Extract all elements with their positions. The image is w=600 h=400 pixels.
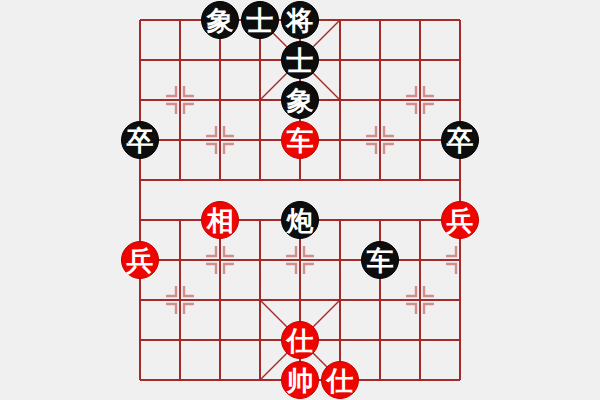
piece-black-elephant[interactable]: 象 [201,1,239,39]
piece-red-soldier[interactable]: 兵 [441,201,479,239]
piece-black-chariot[interactable]: 车 [361,241,399,279]
piece-red-general[interactable]: 帅 [281,361,319,399]
piece-black-advisor[interactable]: 士 [241,1,279,39]
piece-red-soldier[interactable]: 兵 [121,241,159,279]
piece-black-elephant[interactable]: 象 [281,81,319,119]
pieces-layer: 象士将士象卒车卒相炮兵兵车仕帅仕 [120,0,480,400]
piece-black-general[interactable]: 将 [281,1,319,39]
piece-black-cannon[interactable]: 炮 [281,201,319,239]
piece-black-soldier[interactable]: 卒 [441,121,479,159]
piece-red-chariot[interactable]: 车 [281,121,319,159]
piece-red-advisor[interactable]: 仕 [281,321,319,359]
piece-black-advisor[interactable]: 士 [281,41,319,79]
piece-black-soldier[interactable]: 卒 [121,121,159,159]
piece-red-elephant[interactable]: 相 [201,201,239,239]
piece-red-advisor[interactable]: 仕 [321,361,359,399]
xiangqi-app: 象士将士象卒车卒相炮兵兵车仕帅仕 [0,0,600,400]
xiangqi-board[interactable]: 象士将士象卒车卒相炮兵兵车仕帅仕 [0,0,600,400]
